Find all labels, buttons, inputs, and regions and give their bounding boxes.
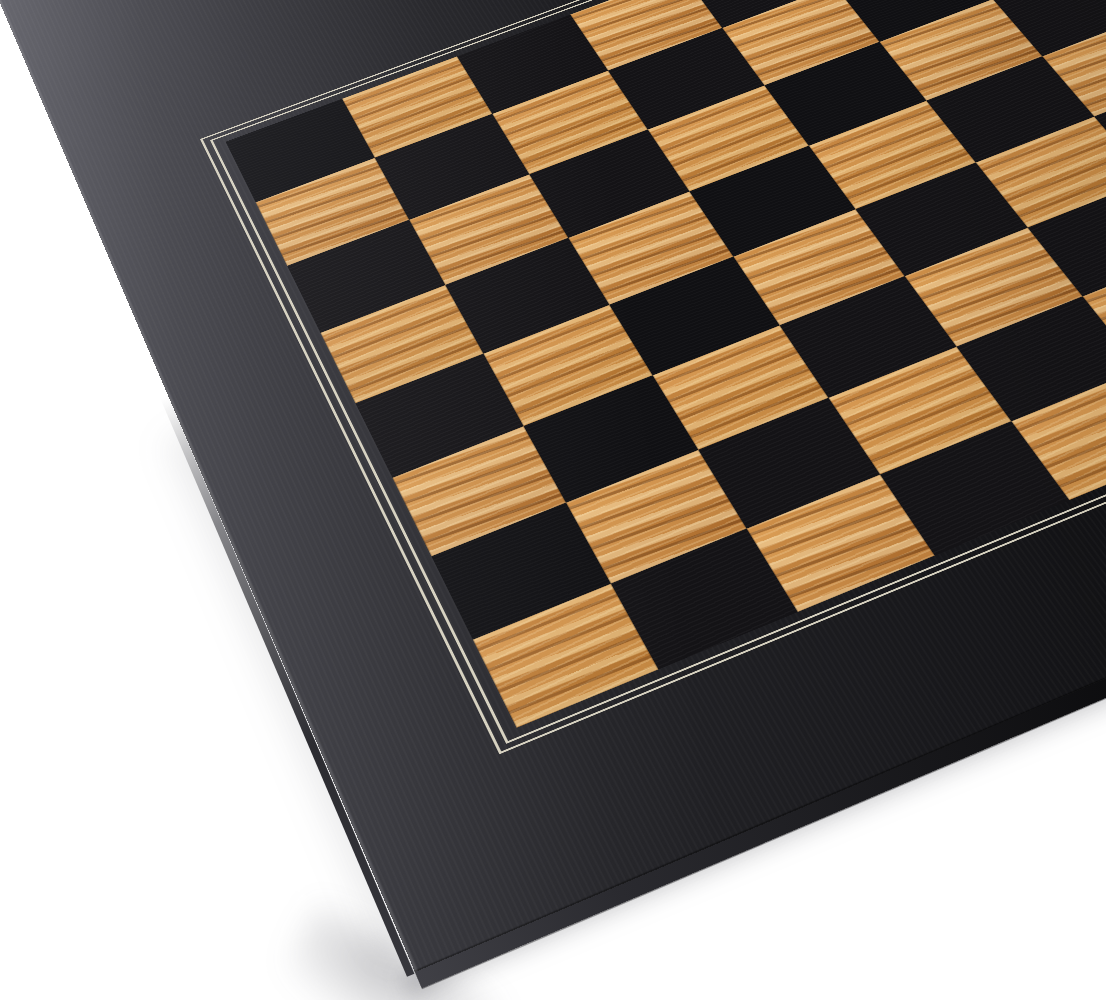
chess-board <box>0 0 1106 972</box>
photo-scene <box>0 0 1106 1000</box>
